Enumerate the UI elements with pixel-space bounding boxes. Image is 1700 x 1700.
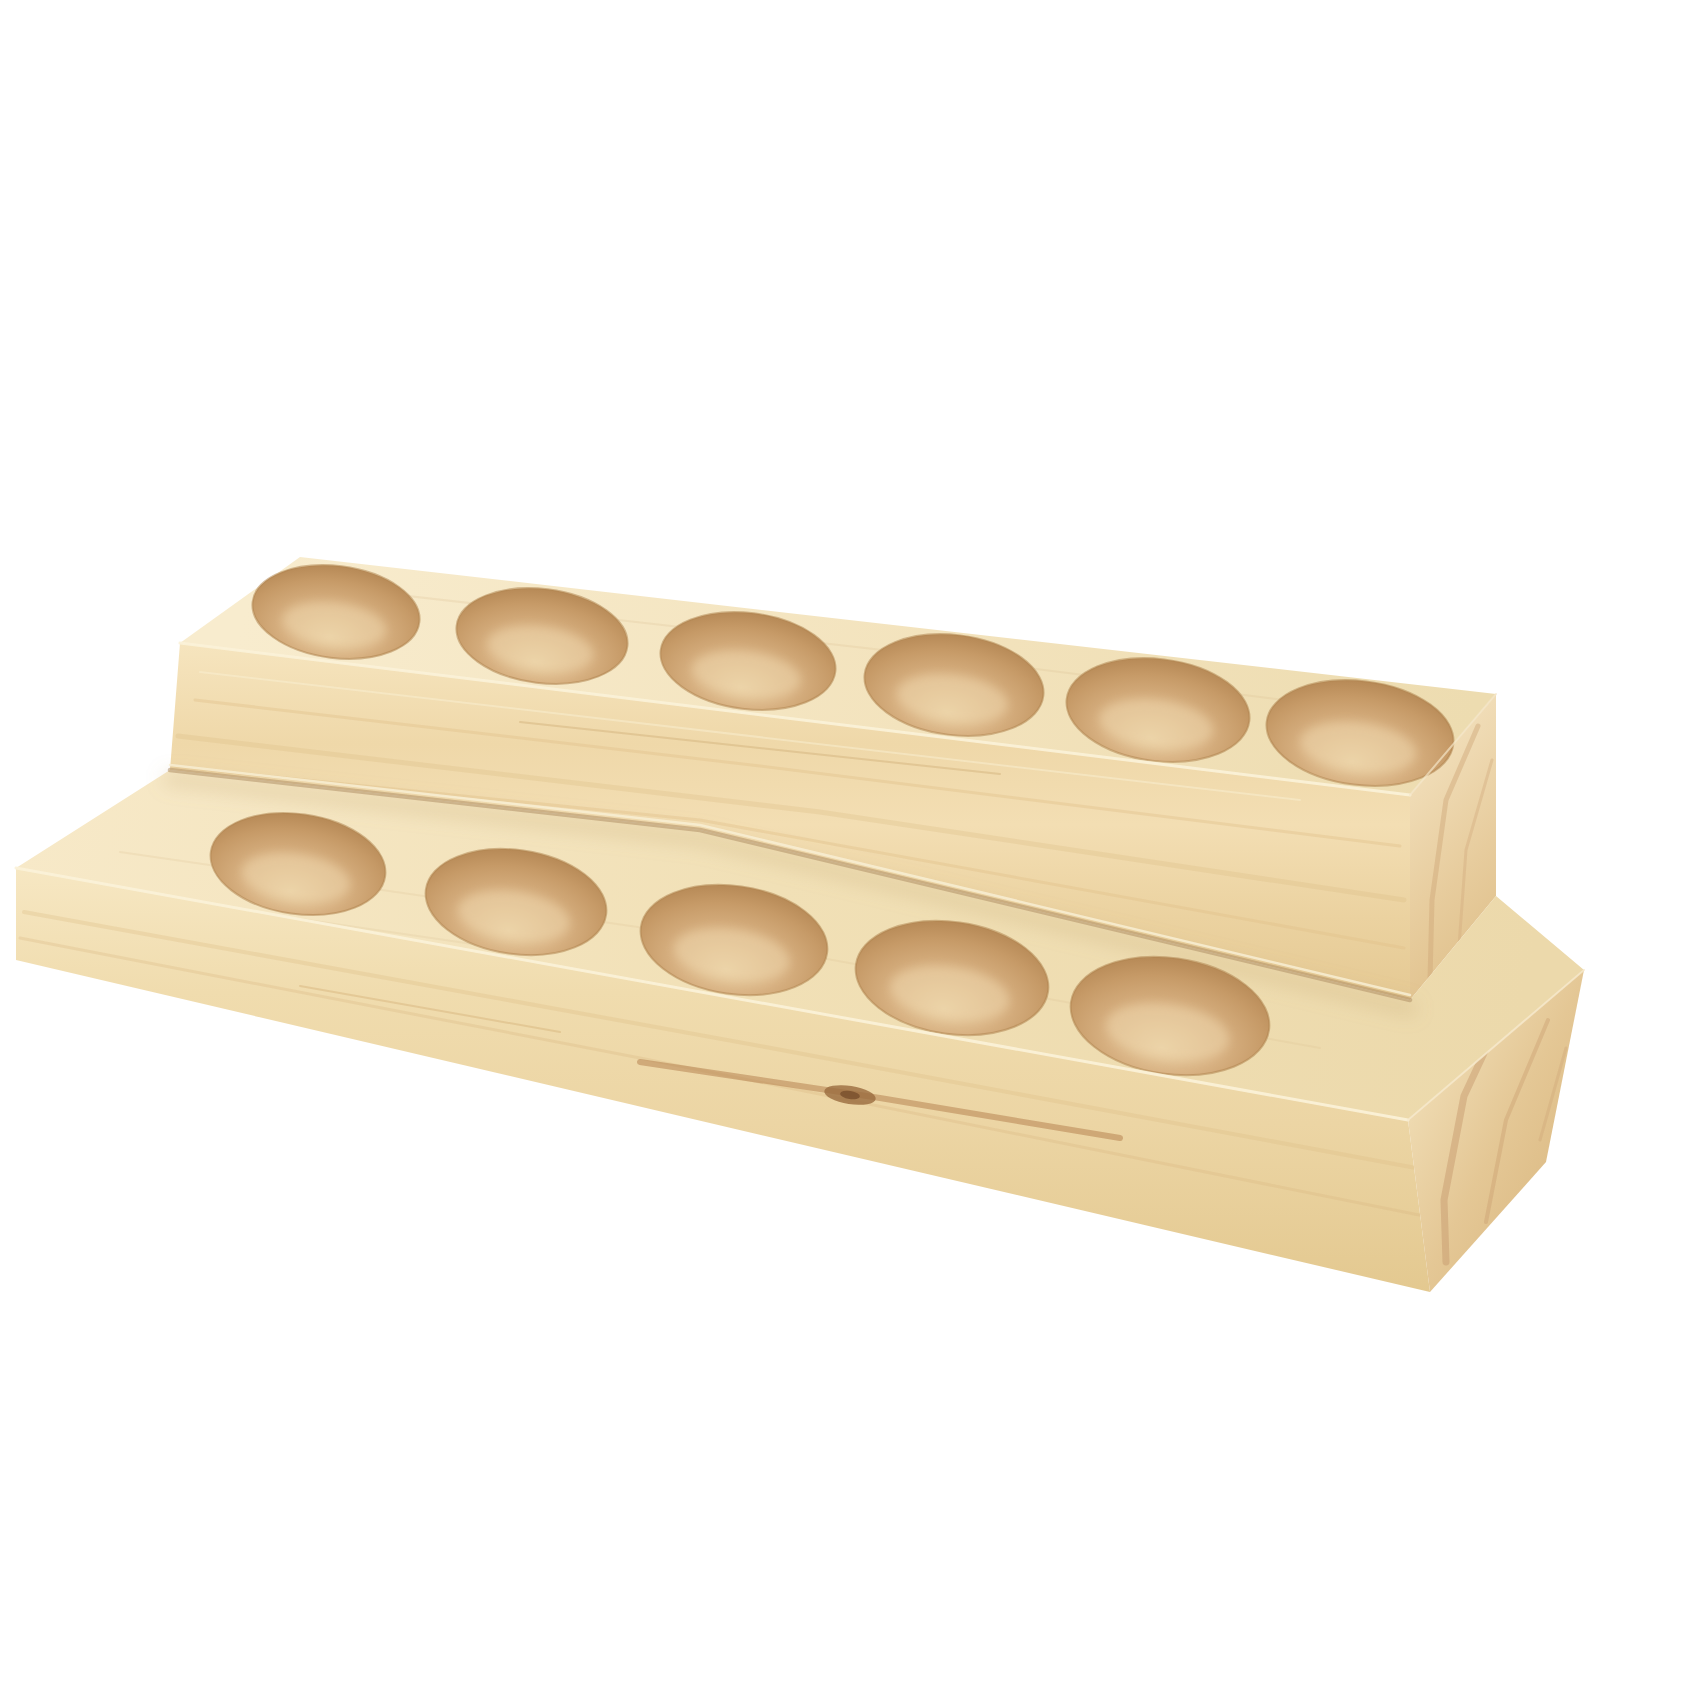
wooden-two-tier-pit-board <box>0 0 1700 1700</box>
product-photo-stage <box>0 0 1700 1700</box>
